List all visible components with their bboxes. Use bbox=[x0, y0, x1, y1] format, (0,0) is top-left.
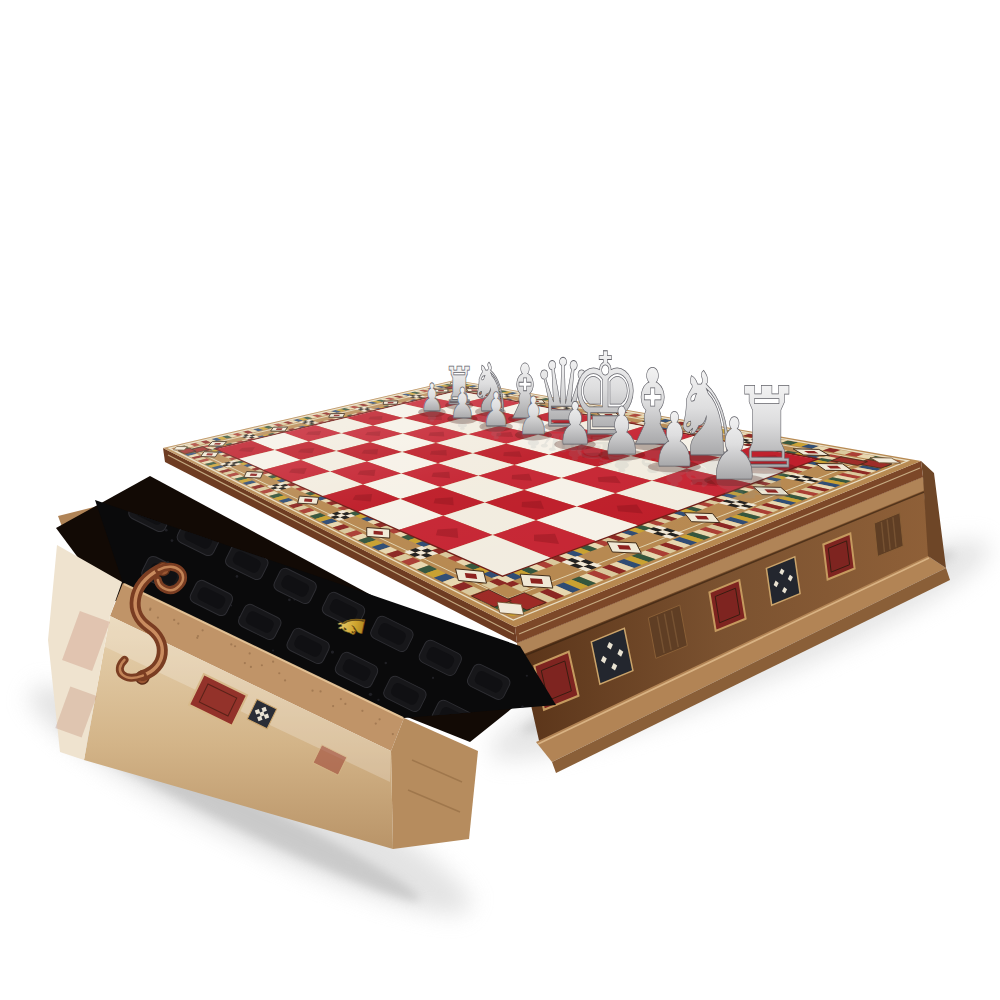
svg-text:♟: ♟ bbox=[557, 389, 594, 457]
piece-silver-pawn-d7: ♟♟ bbox=[515, 385, 552, 452]
svg-text:♟: ♟ bbox=[651, 396, 698, 483]
svg-text:♟: ♟ bbox=[481, 382, 511, 438]
piece-silver-pawn-e7: ♟♟ bbox=[554, 389, 595, 464]
piece-silver-pawn-g7: ♟♟ bbox=[648, 396, 701, 492]
svg-text:♟: ♟ bbox=[601, 392, 642, 468]
piece-silver-pawn-h7: ♟♟ bbox=[704, 399, 765, 509]
svg-text:♟: ♟ bbox=[449, 379, 476, 429]
piece-silver-pawn-c7: ♟♟ bbox=[479, 382, 512, 443]
piece-silver-pawn-f7: ♟♟ bbox=[598, 392, 645, 476]
svg-text:♟: ♟ bbox=[517, 385, 550, 446]
scene-canvas: ♞♞ ♜♜♞♞♝♝♛♛♚♚♝♝♞♞♜♜♟♟♟♟♟♟♟♟♟♟♟♟♟♟♟♟ bbox=[0, 0, 1000, 1000]
svg-text:♟: ♟ bbox=[708, 399, 762, 499]
chess-set-product-photo: ♞♞ ♜♜♞♞♝♝♛♛♚♚♝♝♞♞♜♜♟♟♟♟♟♟♟♟♟♟♟♟♟♟♟♟ bbox=[0, 0, 1000, 1000]
svg-text:♟: ♟ bbox=[420, 375, 444, 420]
piece-silver-pawn-b7: ♟♟ bbox=[447, 379, 477, 433]
piece-silver-pawn-a7: ♟♟ bbox=[418, 375, 445, 424]
